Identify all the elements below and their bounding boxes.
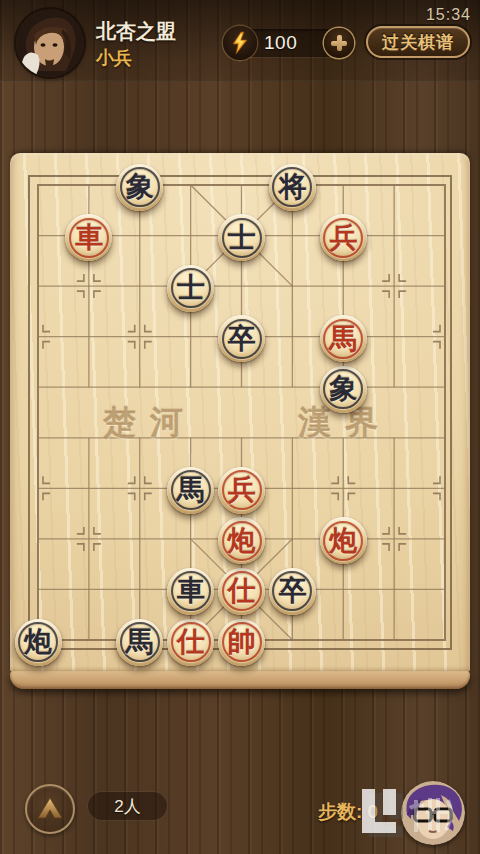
piece-black-卒[interactable]: 卒	[269, 568, 316, 615]
opponent-avatar-image	[401, 781, 465, 845]
piece-glyph: 象	[329, 375, 357, 403]
piece-glyph: 士	[177, 274, 205, 302]
piece-glyph: 車	[75, 224, 103, 252]
puzzle-records-label: 过关棋谱	[382, 31, 454, 54]
piece-glyph: 炮	[329, 527, 357, 555]
piece-black-士[interactable]: 士	[167, 265, 214, 312]
move-counter-value: 0	[368, 801, 379, 822]
player-avatar-image	[16, 9, 84, 77]
move-counter: 步数: 0	[318, 799, 378, 825]
piece-red-兵[interactable]: 兵	[218, 467, 265, 514]
energy-counter: 100	[224, 29, 352, 57]
expand-menu-button[interactable]	[25, 784, 75, 834]
piece-glyph: 炮	[24, 628, 52, 656]
piece-black-士[interactable]: 士	[218, 214, 265, 261]
players-count-label: 2人	[114, 795, 140, 818]
piece-glyph: 仕	[228, 577, 256, 605]
opponent-avatar[interactable]	[401, 781, 465, 845]
top-bar: 北杏之盟 小兵 100 过关棋谱 15:34	[0, 0, 480, 81]
piece-glyph: 帥	[228, 628, 256, 656]
system-clock: 15:34	[426, 6, 471, 24]
piece-glyph: 仕	[177, 628, 205, 656]
piece-black-馬[interactable]: 馬	[167, 467, 214, 514]
player-rank: 小兵	[96, 46, 132, 70]
piece-black-卒[interactable]: 卒	[218, 315, 265, 362]
piece-red-馬[interactable]: 馬	[320, 315, 367, 362]
piece-glyph: 馬	[126, 628, 154, 656]
lightning-icon	[223, 26, 257, 60]
piece-glyph: 炮	[228, 527, 256, 555]
piece-glyph: 馬	[329, 325, 357, 353]
board-edge	[10, 671, 470, 689]
piece-red-帥[interactable]: 帥	[218, 619, 265, 666]
players-count-badge[interactable]: 2人	[87, 791, 168, 821]
piece-black-車[interactable]: 車	[167, 568, 214, 615]
piece-glyph: 馬	[177, 476, 205, 504]
add-energy-button[interactable]	[324, 28, 354, 58]
piece-black-将[interactable]: 将	[269, 164, 316, 211]
piece-red-炮[interactable]: 炮	[320, 517, 367, 564]
piece-black-象[interactable]: 象	[116, 164, 163, 211]
piece-glyph: 将	[278, 173, 306, 201]
piece-glyph: 兵	[329, 224, 357, 252]
piece-black-馬[interactable]: 馬	[116, 619, 163, 666]
move-counter-label: 步数:	[318, 801, 362, 822]
piece-black-炮[interactable]: 炮	[15, 619, 62, 666]
piece-glyph: 象	[126, 173, 154, 201]
piece-red-兵[interactable]: 兵	[320, 214, 367, 261]
piece-black-象[interactable]: 象	[320, 366, 367, 413]
piece-glyph: 兵	[228, 476, 256, 504]
game-screen: 北杏之盟 小兵 100 过关棋谱 15:34 楚河 漢界 象将車士兵士卒馬象馬兵…	[0, 0, 480, 854]
piece-red-仕[interactable]: 仕	[218, 568, 265, 615]
piece-glyph: 卒	[228, 325, 256, 353]
river-label-left: 楚河	[70, 403, 230, 443]
piece-glyph: 士	[228, 224, 256, 252]
chevron-up-icon	[35, 796, 65, 822]
puzzle-records-button[interactable]: 过关棋谱	[366, 26, 470, 58]
player-name: 北杏之盟	[96, 18, 176, 45]
energy-value: 100	[264, 32, 297, 54]
piece-glyph: 卒	[278, 577, 306, 605]
piece-red-仕[interactable]: 仕	[167, 619, 214, 666]
piece-glyph: 車	[177, 577, 205, 605]
player-avatar[interactable]	[16, 9, 84, 77]
xiangqi-board[interactable]: 楚河 漢界 象将車士兵士卒馬象馬兵炮炮車仕卒炮馬仕帥	[10, 153, 470, 672]
